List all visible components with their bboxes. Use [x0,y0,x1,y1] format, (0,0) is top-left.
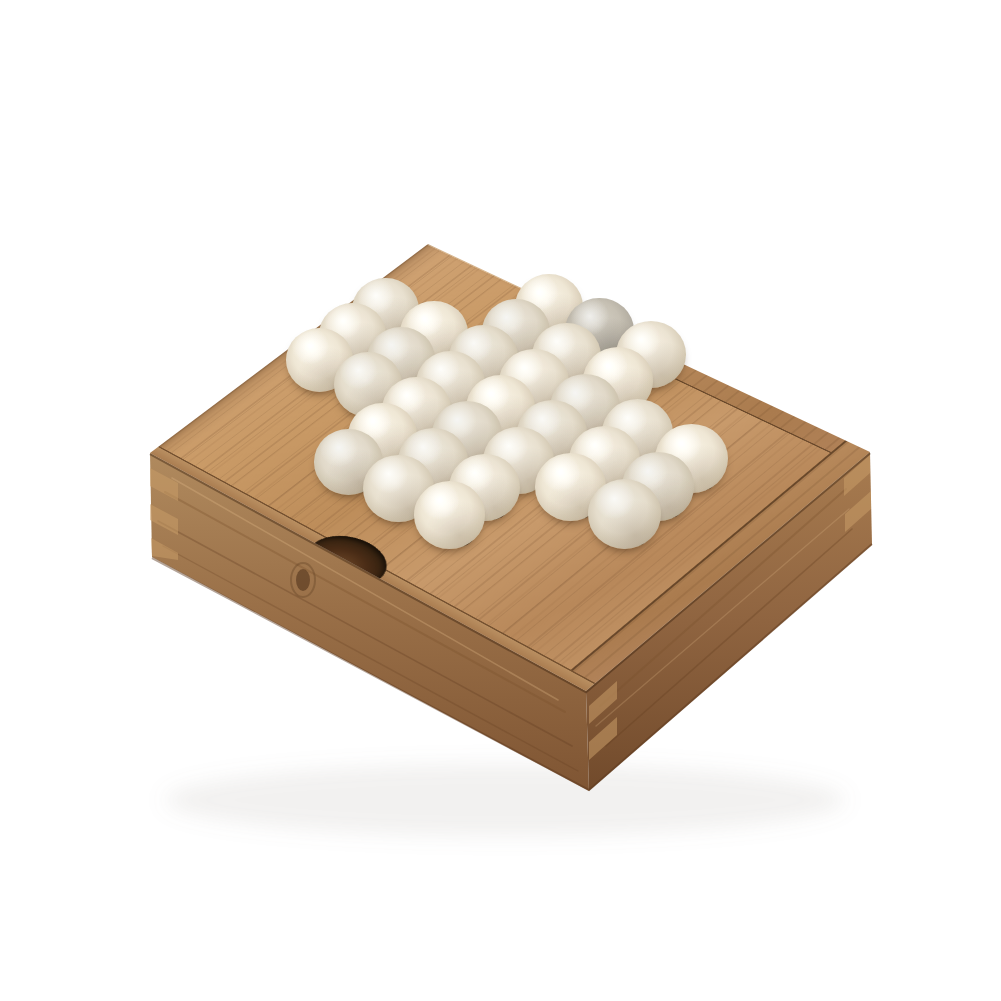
ground-shadow [165,764,845,836]
product-photo-scene [0,0,1001,1001]
